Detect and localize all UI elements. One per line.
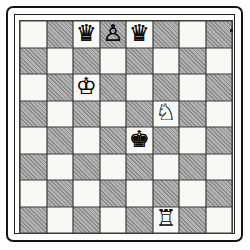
black-queen-e8[interactable]: ♛	[129, 22, 150, 45]
square-a5[interactable]	[20, 101, 47, 128]
square-g1[interactable]	[179, 207, 206, 234]
square-e8[interactable]: ♛	[126, 21, 153, 48]
square-b8[interactable]	[47, 21, 74, 48]
square-d4[interactable]	[100, 127, 127, 154]
square-d7[interactable]	[100, 48, 127, 75]
square-h3[interactable]	[206, 154, 233, 181]
square-d1[interactable]	[100, 207, 127, 234]
square-a3[interactable]	[20, 154, 47, 181]
square-b4[interactable]	[47, 127, 74, 154]
square-d8[interactable]: ♙	[100, 21, 127, 48]
square-b2[interactable]	[47, 180, 74, 207]
square-f2[interactable]	[153, 180, 180, 207]
square-e4[interactable]: ♚	[126, 127, 153, 154]
square-c3[interactable]	[73, 154, 100, 181]
black-queen-c8[interactable]: ♛	[76, 22, 97, 45]
square-d5[interactable]	[100, 101, 127, 128]
square-h1[interactable]	[206, 207, 233, 234]
square-f5[interactable]: ♘	[153, 101, 180, 128]
square-g2[interactable]	[179, 180, 206, 207]
white-king-c6[interactable]: ♔	[76, 75, 97, 98]
square-b3[interactable]	[47, 154, 74, 181]
square-a8[interactable]	[20, 21, 47, 48]
square-f8[interactable]	[153, 21, 180, 48]
square-c2[interactable]	[73, 180, 100, 207]
square-f6[interactable]	[153, 74, 180, 101]
square-e3[interactable]	[126, 154, 153, 181]
square-g7[interactable]	[179, 48, 206, 75]
square-f7[interactable]	[153, 48, 180, 75]
square-d6[interactable]	[100, 74, 127, 101]
square-a7[interactable]	[20, 48, 47, 75]
square-g8[interactable]	[179, 21, 206, 48]
square-g4[interactable]	[179, 127, 206, 154]
print-ink-dot	[230, 29, 233, 32]
square-a1[interactable]	[20, 207, 47, 234]
square-f4[interactable]	[153, 127, 180, 154]
square-b5[interactable]	[47, 101, 74, 128]
white-rook-f1[interactable]: ♖	[155, 207, 176, 230]
square-a6[interactable]	[20, 74, 47, 101]
square-b6[interactable]	[47, 74, 74, 101]
square-f3[interactable]	[153, 154, 180, 181]
square-f1[interactable]: ♖	[153, 207, 180, 234]
square-c7[interactable]	[73, 48, 100, 75]
square-c5[interactable]	[73, 101, 100, 128]
square-h6[interactable]	[206, 74, 233, 101]
chess-board: ♛♙♛♔♘♚♖	[19, 20, 233, 234]
white-knight-f5[interactable]: ♘	[155, 101, 176, 124]
square-c8[interactable]: ♛	[73, 21, 100, 48]
square-h5[interactable]	[206, 101, 233, 128]
square-e7[interactable]	[126, 48, 153, 75]
square-g6[interactable]	[179, 74, 206, 101]
square-h8[interactable]	[206, 21, 233, 48]
square-a2[interactable]	[20, 180, 47, 207]
white-pawn-d8[interactable]: ♙	[102, 22, 123, 45]
square-h7[interactable]	[206, 48, 233, 75]
square-e6[interactable]	[126, 74, 153, 101]
square-c4[interactable]	[73, 127, 100, 154]
square-a4[interactable]	[20, 127, 47, 154]
black-king-e4[interactable]: ♚	[129, 128, 150, 151]
square-c1[interactable]	[73, 207, 100, 234]
square-h2[interactable]	[206, 180, 233, 207]
square-g3[interactable]	[179, 154, 206, 181]
chess-diagram: ♛♙♛♔♘♚♖	[0, 0, 250, 250]
square-c6[interactable]: ♔	[73, 74, 100, 101]
square-d2[interactable]	[100, 180, 127, 207]
square-e5[interactable]	[126, 101, 153, 128]
square-b1[interactable]	[47, 207, 74, 234]
square-e1[interactable]	[126, 207, 153, 234]
square-g5[interactable]	[179, 101, 206, 128]
square-h4[interactable]	[206, 127, 233, 154]
square-b7[interactable]	[47, 48, 74, 75]
square-d3[interactable]	[100, 154, 127, 181]
square-e2[interactable]	[126, 180, 153, 207]
